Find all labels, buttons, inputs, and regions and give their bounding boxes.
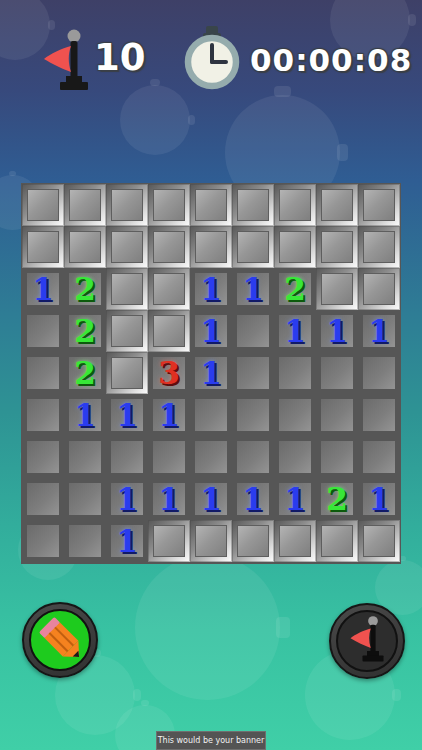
mine-count-1: 1: [232, 268, 274, 310]
cell-r5c5: [232, 394, 274, 436]
cell-r2c7[interactable]: [316, 268, 358, 310]
revealed-tile-face: [27, 441, 59, 473]
revealed-tile-face: [279, 357, 311, 389]
revealed-tile-face: [363, 357, 395, 389]
cell-r6c6: [274, 436, 316, 478]
hidden-tile-face: [363, 189, 395, 221]
cell-r1c1[interactable]: [64, 226, 106, 268]
cell-r4c0: [22, 352, 64, 394]
cell-r0c6[interactable]: [274, 184, 316, 226]
cell-r8c5[interactable]: [232, 520, 274, 562]
hidden-tile-face: [153, 525, 185, 557]
revealed-tile-face: [195, 441, 227, 473]
mine-count-1: 1: [274, 310, 316, 352]
cell-r0c8[interactable]: [358, 184, 400, 226]
hidden-tile-face: [153, 189, 185, 221]
cell-r6c7: [316, 436, 358, 478]
hidden-tile-face: [321, 525, 353, 557]
hidden-tile-face: [111, 315, 143, 347]
hidden-tile-face: [279, 231, 311, 263]
mine-count-2: 2: [64, 352, 106, 394]
cell-r0c7[interactable]: [316, 184, 358, 226]
ad-banner-text: This would be your banner: [158, 736, 265, 745]
revealed-tile-face: [27, 525, 59, 557]
hidden-tile-face: [363, 231, 395, 263]
hidden-tile-face: [237, 525, 269, 557]
cell-r7c5[interactable]: 1: [232, 478, 274, 520]
cell-r8c3[interactable]: [148, 520, 190, 562]
hidden-tile-face: [363, 525, 395, 557]
cell-r0c4[interactable]: [190, 184, 232, 226]
cell-r8c6[interactable]: [274, 520, 316, 562]
mine-count-1: 1: [106, 520, 148, 562]
mine-count-1: 1: [148, 394, 190, 436]
cell-r5c3[interactable]: 1: [148, 394, 190, 436]
mine-count-2: 2: [274, 268, 316, 310]
mine-count-1: 1: [106, 394, 148, 436]
cell-r7c1: [64, 478, 106, 520]
revealed-tile-face: [321, 357, 353, 389]
cell-r1c2[interactable]: [106, 226, 148, 268]
hidden-tile-face: [111, 273, 143, 305]
dig-mode-button-face: [29, 609, 91, 671]
revealed-tile-face: [27, 357, 59, 389]
timer-value: 00:00:08: [250, 42, 400, 78]
cell-r1c6[interactable]: [274, 226, 316, 268]
hidden-tile-face: [279, 189, 311, 221]
revealed-tile-face: [27, 483, 59, 515]
cell-r4c5: [232, 352, 274, 394]
cell-r5c0: [22, 394, 64, 436]
dig-mode-button[interactable]: [22, 602, 98, 678]
revealed-tile-face: [153, 441, 185, 473]
pencil-icon: [35, 613, 85, 667]
hidden-tile-face: [321, 189, 353, 221]
mine-count-3: 3: [148, 352, 190, 394]
hidden-tile-face: [195, 525, 227, 557]
cell-r2c4[interactable]: 1: [190, 268, 232, 310]
mine-bubble-decoration: [135, 555, 280, 700]
cell-r0c1[interactable]: [64, 184, 106, 226]
cell-r2c3[interactable]: [148, 268, 190, 310]
revealed-tile-face: [27, 315, 59, 347]
cell-r8c8[interactable]: [358, 520, 400, 562]
cell-r7c8[interactable]: 1: [358, 478, 400, 520]
revealed-tile-face: [69, 483, 101, 515]
cell-r7c2[interactable]: 1: [106, 478, 148, 520]
cell-r7c4[interactable]: 1: [190, 478, 232, 520]
hidden-tile-face: [195, 189, 227, 221]
hidden-tile-face: [153, 273, 185, 305]
mine-count-1: 1: [190, 478, 232, 520]
cell-r2c2[interactable]: [106, 268, 148, 310]
cell-r5c4: [190, 394, 232, 436]
cell-r1c4[interactable]: [190, 226, 232, 268]
cell-r0c0[interactable]: [22, 184, 64, 226]
hidden-tile-face: [321, 231, 353, 263]
flag-mode-button[interactable]: [329, 603, 405, 679]
cell-r2c6[interactable]: 2: [274, 268, 316, 310]
cell-r1c7[interactable]: [316, 226, 358, 268]
minesweeper-board: 121122111123111111111211: [21, 183, 401, 564]
mine-count-1: 1: [106, 478, 148, 520]
revealed-tile-face: [237, 399, 269, 431]
revealed-tile-face: [279, 441, 311, 473]
cell-r3c4[interactable]: 1: [190, 310, 232, 352]
cell-r4c1[interactable]: 2: [64, 352, 106, 394]
mine-count-1: 1: [22, 268, 64, 310]
hidden-tile-face: [237, 231, 269, 263]
revealed-tile-face: [69, 525, 101, 557]
cell-r6c2: [106, 436, 148, 478]
hidden-tile-face: [111, 357, 143, 389]
cell-r6c0: [22, 436, 64, 478]
mine-count-1: 1: [64, 394, 106, 436]
revealed-tile-face: [363, 399, 395, 431]
cell-r3c8[interactable]: 1: [358, 310, 400, 352]
revealed-tile-face: [237, 315, 269, 347]
cell-r3c0: [22, 310, 64, 352]
cell-r2c5[interactable]: 1: [232, 268, 274, 310]
cell-r3c5: [232, 310, 274, 352]
cell-r6c3: [148, 436, 190, 478]
cell-r8c1: [64, 520, 106, 562]
cell-r2c0[interactable]: 1: [22, 268, 64, 310]
revealed-tile-face: [237, 441, 269, 473]
mine-count-1: 1: [358, 478, 400, 520]
hidden-tile-face: [237, 189, 269, 221]
mine-count-1: 1: [190, 310, 232, 352]
cell-r2c1[interactable]: 2: [64, 268, 106, 310]
cell-r3c6[interactable]: 1: [274, 310, 316, 352]
hidden-tile-face: [27, 189, 59, 221]
hidden-tile-face: [153, 231, 185, 263]
cell-r4c2[interactable]: [106, 352, 148, 394]
cell-r7c0: [22, 478, 64, 520]
cell-r6c4: [190, 436, 232, 478]
cell-r0c3[interactable]: [148, 184, 190, 226]
revealed-tile-face: [69, 441, 101, 473]
flag-mode-button-face: [336, 610, 398, 672]
stopwatch-icon: [183, 26, 241, 90]
cell-r5c7: [316, 394, 358, 436]
hidden-tile-face: [69, 231, 101, 263]
cell-r8c0: [22, 520, 64, 562]
cell-r7c6[interactable]: 1: [274, 478, 316, 520]
cell-r4c8: [358, 352, 400, 394]
revealed-tile-face: [195, 399, 227, 431]
revealed-tile-face: [321, 441, 353, 473]
flag-count: 10: [94, 36, 154, 79]
hidden-tile-face: [321, 273, 353, 305]
ad-banner[interactable]: This would be your banner: [156, 731, 266, 750]
hidden-tile-face: [111, 231, 143, 263]
cell-r5c1[interactable]: 1: [64, 394, 106, 436]
cell-r6c1: [64, 436, 106, 478]
flag-icon: [348, 615, 386, 667]
cell-r2c8[interactable]: [358, 268, 400, 310]
cell-r1c5[interactable]: [232, 226, 274, 268]
mine-count-1: 1: [190, 352, 232, 394]
hidden-tile-face: [111, 189, 143, 221]
revealed-tile-face: [237, 357, 269, 389]
mine-count-1: 1: [232, 478, 274, 520]
revealed-tile-face: [27, 399, 59, 431]
mine-count-1: 1: [190, 268, 232, 310]
hidden-tile-face: [363, 273, 395, 305]
cell-r8c7[interactable]: [316, 520, 358, 562]
cell-r8c2[interactable]: 1: [106, 520, 148, 562]
mine-count-2: 2: [316, 478, 358, 520]
cell-r1c3[interactable]: [148, 226, 190, 268]
revealed-tile-face: [321, 399, 353, 431]
mine-count-1: 1: [316, 310, 358, 352]
cell-r4c4[interactable]: 1: [190, 352, 232, 394]
mine-count-1: 1: [274, 478, 316, 520]
cell-r7c3[interactable]: 1: [148, 478, 190, 520]
hidden-tile-face: [153, 315, 185, 347]
cell-r6c5: [232, 436, 274, 478]
cell-r5c8: [358, 394, 400, 436]
cell-r0c5[interactable]: [232, 184, 274, 226]
mine-count-2: 2: [64, 310, 106, 352]
cell-r1c0[interactable]: [22, 226, 64, 268]
cell-r4c7: [316, 352, 358, 394]
cell-r3c1[interactable]: 2: [64, 310, 106, 352]
revealed-tile-face: [363, 441, 395, 473]
mine-count-1: 1: [358, 310, 400, 352]
hidden-tile-face: [69, 189, 101, 221]
cell-r3c7[interactable]: 1: [316, 310, 358, 352]
mine-count-2: 2: [64, 268, 106, 310]
cell-r6c8: [358, 436, 400, 478]
cell-r4c6: [274, 352, 316, 394]
revealed-tile-face: [111, 441, 143, 473]
mine-count-1: 1: [148, 478, 190, 520]
hidden-tile-face: [279, 525, 311, 557]
cell-r3c3[interactable]: [148, 310, 190, 352]
cell-r8c4[interactable]: [190, 520, 232, 562]
revealed-tile-face: [279, 399, 311, 431]
cell-r5c2[interactable]: 1: [106, 394, 148, 436]
flag-icon: [42, 28, 90, 92]
cell-r5c6: [274, 394, 316, 436]
cell-r1c8[interactable]: [358, 226, 400, 268]
cell-r4c3[interactable]: 3: [148, 352, 190, 394]
cell-r0c2[interactable]: [106, 184, 148, 226]
status-bar: 10 00:00:08: [0, 0, 422, 110]
hidden-tile-face: [195, 231, 227, 263]
cell-r7c7[interactable]: 2: [316, 478, 358, 520]
hidden-tile-face: [27, 231, 59, 263]
cell-r3c2[interactable]: [106, 310, 148, 352]
